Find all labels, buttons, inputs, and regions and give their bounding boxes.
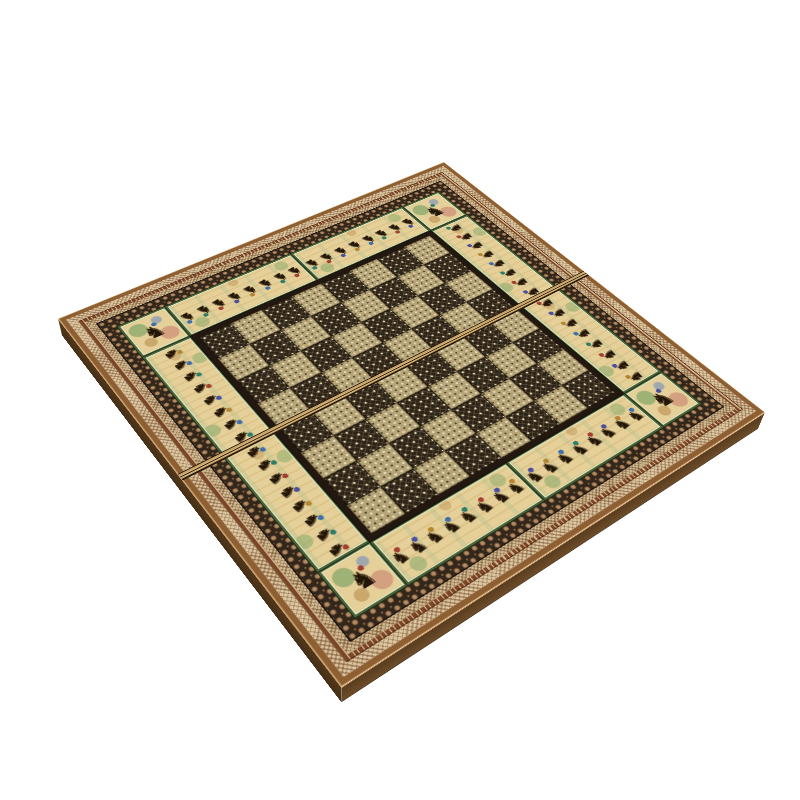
horseman-motif: ♞ <box>384 544 414 569</box>
horseman-motif: ♞ <box>274 480 303 503</box>
square-b2 <box>357 443 414 487</box>
square-e1 <box>476 417 531 458</box>
horseman-motif: ♞ <box>138 320 171 344</box>
horseman-motif: ♞ <box>198 390 225 410</box>
horseman-motif: ♞ <box>501 476 529 498</box>
horseman-motif: ♞ <box>436 514 465 538</box>
horseman-motif: ♞ <box>622 405 648 425</box>
square-a1 <box>347 487 406 534</box>
horseman-motif: ♞ <box>535 456 563 478</box>
miniature-panel-bottom-2: ♞♞♞♞♞♞♞♞ <box>505 393 663 500</box>
horseman-motif: ♞ <box>160 344 186 362</box>
horseman-motif: ♞ <box>208 402 235 422</box>
square-d1 <box>445 433 501 476</box>
khatam-mosaic-band-inner: ♞ ♞ ♞ ♞ ♞♞♞♞♞♞♞♞ ♞♞♞♞♞♞♞♞ ♞♞♞♞♞♞♞♞ ♞♞♞♞♞… <box>85 175 736 654</box>
square-f2 <box>480 378 533 417</box>
square-a2 <box>323 460 381 505</box>
horseman-motif: ♞ <box>218 414 246 434</box>
horseman-motif: ♞ <box>241 440 269 461</box>
square-c2 <box>389 426 445 468</box>
square-e3 <box>427 371 480 409</box>
horseman-motif: ♞ <box>342 561 383 596</box>
horseman-motif: ♞ <box>594 422 621 442</box>
horseman-motif: ♞ <box>252 453 280 475</box>
horseman-motif: ♞ <box>298 507 328 531</box>
horseman-motif: ♞ <box>420 202 450 220</box>
miniature-panel-left-1: ♞♞♞♞♞♞♞♞ <box>143 336 273 456</box>
square-b3 <box>334 419 389 461</box>
square-b1 <box>381 468 439 513</box>
horseman-motif: ♞ <box>565 438 592 459</box>
horseman-motif: ♞ <box>229 426 257 447</box>
square-a3 <box>300 435 356 478</box>
khatam-mosaic-band-outer: ♞ ♞ ♞ ♞ ♞♞♞♞♞♞♞♞ ♞♞♞♞♞♞♞♞ ♞♞♞♞♞♞♞♞ ♞♞♞♞♞… <box>66 166 756 677</box>
horseman-motif: ♞ <box>550 447 577 468</box>
horseman-motif: ♞ <box>188 378 215 397</box>
khatam-accent-band: ♞ ♞ ♞ ♞ ♞♞♞♞♞♞♞♞ ♞♞♞♞♞♞♞♞ ♞♞♞♞♞♞♞♞ ♞♞♞♞♞… <box>78 172 743 663</box>
square-c1 <box>413 451 470 495</box>
horseman-motif: ♞ <box>263 466 292 488</box>
square-c5 <box>322 358 375 395</box>
square-f1 <box>505 401 560 441</box>
horseman-motif: ♞ <box>469 494 498 517</box>
miniature-panel-bottom-1: ♞♞♞♞♞♞♞♞ <box>370 462 545 585</box>
chess-board: ♞ ♞ ♞ ♞ ♞♞♞♞♞♞♞♞ ♞♞♞♞♞♞♞♞ ♞♞♞♞♞♞♞♞ ♞♞♞♞♞… <box>58 162 765 687</box>
square-g1 <box>534 385 588 424</box>
square-c4 <box>344 380 398 419</box>
horseman-motif: ♞ <box>402 534 432 559</box>
horseman-motif: ♞ <box>178 367 205 386</box>
square-d3 <box>397 387 451 426</box>
miniature-painting-ring: ♞ ♞ ♞ ♞ ♞♞♞♞♞♞♞♞ ♞♞♞♞♞♞♞♞ ♞♞♞♞♞♞♞♞ ♞♞♞♞♞… <box>117 192 701 618</box>
corner-painting-sw: ♞ <box>318 541 408 617</box>
horseman-motif: ♞ <box>169 355 195 373</box>
product-photo: ♞ ♞ ♞ ♞ ♞♞♞♞♞♞♞♞ ♞♞♞♞♞♞♞♞ ♞♞♞♞♞♞♞♞ ♞♞♞♞♞… <box>0 0 800 800</box>
square-e2 <box>451 394 505 434</box>
horseman-motif: ♞ <box>453 504 482 527</box>
horseman-motif: ♞ <box>644 386 680 412</box>
horseman-motif: ♞ <box>310 522 340 546</box>
square-a6 <box>237 366 290 404</box>
miniature-panel-left-2: ♞♞♞♞♞♞♞♞ <box>223 431 370 572</box>
horseman-motif: ♞ <box>286 493 315 516</box>
square-a5 <box>258 388 312 428</box>
square-b5 <box>290 373 343 412</box>
horseman-motif: ♞ <box>520 465 548 487</box>
horseman-motif: ♞ <box>580 430 607 451</box>
horseman-motif: ♞ <box>485 485 514 508</box>
square-a4 <box>279 411 334 452</box>
board-top-face: ♞ ♞ ♞ ♞ ♞♞♞♞♞♞♞♞ ♞♞♞♞♞♞♞♞ ♞♞♞♞♞♞♞♞ ♞♞♞♞♞… <box>58 162 765 687</box>
horseman-motif: ♞ <box>322 536 352 561</box>
horseman-motif: ♞ <box>608 413 635 433</box>
horseman-motif: ♞ <box>419 524 449 548</box>
khatam-circle-band: ♞ ♞ ♞ ♞ ♞♞♞♞♞♞♞♞ ♞♞♞♞♞♞♞♞ ♞♞♞♞♞♞♞♞ ♞♞♞♞♞… <box>96 181 724 642</box>
square-d2 <box>421 410 476 451</box>
square-c3 <box>366 402 421 443</box>
outer-wood-rim: ♞ ♞ ♞ ♞ ♞♞♞♞♞♞♞♞ ♞♞♞♞♞♞♞♞ ♞♞♞♞♞♞♞♞ ♞♞♞♞♞… <box>58 162 765 687</box>
square-b4 <box>312 395 366 435</box>
square-d4 <box>374 365 427 403</box>
